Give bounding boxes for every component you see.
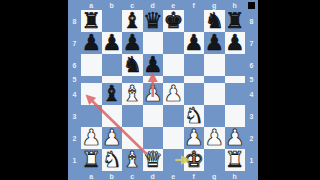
rank-label-left-5: 5 — [68, 76, 81, 83]
piece-black-pawn: ♟ — [204, 32, 224, 54]
piece-white-pawn: ♟ — [184, 127, 204, 149]
file-label-top-g: g — [204, 0, 225, 10]
rank-label-right-3: 3 — [245, 105, 258, 127]
piece-white-pawn: ♟ — [204, 127, 224, 149]
rank-label-left-6: 6 — [68, 54, 81, 76]
square-c7[interactable]: ♟ — [122, 32, 143, 54]
piece-white-queen: ♛ — [143, 149, 163, 171]
square-c6[interactable]: ♞ — [122, 54, 143, 76]
square-d3[interactable] — [143, 105, 164, 127]
square-e5[interactable] — [163, 76, 184, 83]
square-f4[interactable] — [184, 83, 205, 105]
square-g7[interactable]: ♟ — [204, 32, 225, 54]
square-e4[interactable]: ♟ — [163, 83, 184, 105]
board-corner-bottom-left — [68, 171, 81, 180]
square-f8[interactable] — [184, 10, 205, 32]
file-label-top-b: b — [102, 0, 123, 10]
square-c8[interactable]: ♝ — [122, 10, 143, 32]
board-corner-top-right — [245, 0, 258, 10]
piece-white-pawn: ♟ — [102, 127, 122, 149]
file-label-top-e: e — [163, 0, 184, 10]
square-h8[interactable]: ♜ — [225, 10, 246, 32]
square-a1[interactable]: ♜ — [81, 149, 102, 171]
square-g5[interactable] — [204, 76, 225, 83]
square-e3[interactable] — [163, 105, 184, 127]
piece-black-bishop: ♝ — [122, 10, 142, 32]
file-label-bottom-f: f — [184, 171, 205, 180]
piece-white-pawn: ♟ — [143, 83, 163, 105]
square-g2[interactable]: ♟ — [204, 127, 225, 149]
square-f5[interactable] — [184, 76, 205, 83]
square-b7[interactable]: ♟ — [102, 32, 123, 54]
file-label-top-c: c — [122, 0, 143, 10]
rank-label-right-6: 6 — [245, 54, 258, 76]
file-label-bottom-b: b — [102, 171, 123, 180]
square-f1[interactable]: ♚ — [184, 149, 205, 171]
file-label-bottom-g: g — [204, 171, 225, 180]
square-e7[interactable] — [163, 32, 184, 54]
rank-label-left-4: 4 — [68, 83, 81, 105]
square-e2[interactable] — [163, 127, 184, 149]
square-d8[interactable]: ♛ — [143, 10, 164, 32]
piece-white-pawn: ♟ — [81, 127, 101, 149]
square-e6[interactable] — [163, 54, 184, 76]
square-g6[interactable] — [204, 54, 225, 76]
rank-label-left-3: 3 — [68, 105, 81, 127]
square-a8[interactable]: ♜ — [81, 10, 102, 32]
square-b2[interactable]: ♟ — [102, 127, 123, 149]
square-b1[interactable]: ♞ — [102, 149, 123, 171]
square-d6[interactable]: ♟ — [143, 54, 164, 76]
square-a2[interactable]: ♟ — [81, 127, 102, 149]
square-b5[interactable] — [102, 76, 123, 83]
file-label-bottom-a: a — [81, 171, 102, 180]
square-d4[interactable]: ♟ — [143, 83, 164, 105]
square-d7[interactable] — [143, 32, 164, 54]
piece-black-pawn: ♟ — [122, 32, 142, 54]
piece-black-queen: ♛ — [143, 10, 163, 32]
square-c4[interactable]: ♝ — [122, 83, 143, 105]
piece-white-knight: ♞ — [102, 149, 122, 171]
piece-black-pawn: ♟ — [143, 54, 163, 76]
square-h3[interactable] — [225, 105, 246, 127]
square-g4[interactable] — [204, 83, 225, 105]
square-f3[interactable]: ♞ — [184, 105, 205, 127]
square-f2[interactable]: ♟ — [184, 127, 205, 149]
piece-white-knight: ♞ — [184, 105, 204, 127]
rank-label-right-5: 5 — [245, 76, 258, 83]
square-b6[interactable] — [102, 54, 123, 76]
piece-black-bishop: ♝ — [102, 83, 122, 105]
rank-label-left-8: 8 — [68, 10, 81, 32]
square-a4[interactable] — [81, 83, 102, 105]
file-label-top-h: h — [225, 0, 246, 10]
square-a3[interactable] — [81, 105, 102, 127]
file-label-top-d: d — [143, 0, 164, 10]
square-b8[interactable] — [102, 10, 123, 32]
square-a5[interactable] — [81, 76, 102, 83]
square-d5[interactable] — [143, 76, 164, 83]
board-corner-top-left — [68, 0, 81, 10]
square-h5[interactable] — [225, 76, 246, 83]
square-h4[interactable] — [225, 83, 246, 105]
file-label-top-f: f — [184, 0, 205, 10]
chess-board: abcdefgh8♜♝♛♚♞♜87♟♟♟♟♟♟76♞♟6554♝♝♟♟43♞32… — [68, 0, 258, 180]
file-label-top-a: a — [81, 0, 102, 10]
rank-label-right-4: 4 — [245, 83, 258, 105]
square-h6[interactable] — [225, 54, 246, 76]
black-to-move-indicator — [248, 2, 255, 9]
piece-white-bishop: ♝ — [122, 149, 142, 171]
rank-label-left-7: 7 — [68, 32, 81, 54]
piece-black-rook: ♜ — [81, 10, 101, 32]
rank-label-right-1: 1 — [245, 149, 258, 171]
file-label-bottom-e: e — [163, 171, 184, 180]
piece-black-pawn: ♟ — [81, 32, 101, 54]
piece-black-pawn: ♟ — [102, 32, 122, 54]
square-c2[interactable] — [122, 127, 143, 149]
square-c1[interactable]: ♝ — [122, 149, 143, 171]
square-f6[interactable] — [184, 54, 205, 76]
rank-label-left-2: 2 — [68, 127, 81, 149]
piece-black-pawn: ♟ — [184, 32, 204, 54]
piece-black-knight: ♞ — [122, 54, 142, 76]
square-g8[interactable]: ♞ — [204, 10, 225, 32]
piece-white-rook: ♜ — [225, 149, 245, 171]
piece-white-bishop: ♝ — [122, 83, 142, 105]
piece-black-rook: ♜ — [225, 10, 245, 32]
board-corner-bottom-right — [245, 171, 258, 180]
rank-label-right-8: 8 — [245, 10, 258, 32]
square-a6[interactable] — [81, 54, 102, 76]
square-e8[interactable]: ♚ — [163, 10, 184, 32]
square-h1[interactable]: ♜ — [225, 149, 246, 171]
piece-white-pawn: ♟ — [225, 127, 245, 149]
square-d2[interactable] — [143, 127, 164, 149]
square-h2[interactable]: ♟ — [225, 127, 246, 149]
square-h7[interactable]: ♟ — [225, 32, 246, 54]
file-label-bottom-c: c — [122, 171, 143, 180]
piece-black-king: ♚ — [163, 10, 183, 32]
square-c3[interactable] — [122, 105, 143, 127]
file-label-bottom-d: d — [143, 171, 164, 180]
square-c5[interactable] — [122, 76, 143, 83]
video-frame: abcdefgh8♜♝♛♚♞♜87♟♟♟♟♟♟76♞♟6554♝♝♟♟43♞32… — [0, 0, 320, 180]
piece-white-rook: ♜ — [81, 149, 101, 171]
piece-white-king: ♚ — [184, 149, 204, 171]
square-g3[interactable] — [204, 105, 225, 127]
square-f7[interactable]: ♟ — [184, 32, 205, 54]
piece-black-pawn: ♟ — [225, 32, 245, 54]
square-g1[interactable] — [204, 149, 225, 171]
square-b4[interactable]: ♝ — [102, 83, 123, 105]
piece-black-knight: ♞ — [204, 10, 224, 32]
square-d1[interactable]: ♛ — [143, 149, 164, 171]
square-b3[interactable] — [102, 105, 123, 127]
rank-label-left-1: 1 — [68, 149, 81, 171]
square-e1[interactable] — [163, 149, 184, 171]
piece-white-pawn: ♟ — [163, 83, 183, 105]
file-label-bottom-h: h — [225, 171, 246, 180]
rank-label-right-2: 2 — [245, 127, 258, 149]
square-a7[interactable]: ♟ — [81, 32, 102, 54]
rank-label-right-7: 7 — [245, 32, 258, 54]
